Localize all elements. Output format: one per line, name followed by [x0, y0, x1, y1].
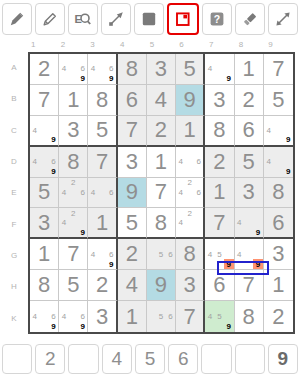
- candidate-empty: [166, 301, 175, 311]
- candidate-grid: 249: [59, 208, 87, 237]
- candidate-grid: 46: [88, 178, 115, 208]
- cell-value: 3: [38, 210, 50, 236]
- candidate-empty: [59, 322, 68, 332]
- cell-B4[interactable]: 6: [118, 85, 147, 116]
- cell-value: 8: [155, 210, 167, 236]
- candidate-empty: [156, 322, 165, 332]
- eraser-icon: [241, 10, 259, 28]
- cell-C5[interactable]: 2: [147, 116, 176, 147]
- cell-G7[interactable]: 459: [205, 239, 234, 270]
- cell-B2[interactable]: 1: [59, 85, 88, 116]
- candidate-empty: [166, 239, 175, 249]
- candidate-5: 5: [215, 249, 224, 259]
- cell-B5[interactable]: 4: [147, 85, 176, 116]
- candidate-4: 4: [235, 218, 244, 228]
- cell-value: 7: [67, 241, 79, 267]
- cell-E6[interactable]: 246: [176, 178, 205, 209]
- candidate-9: 9: [49, 322, 58, 332]
- cell-D2[interactable]: 8: [59, 147, 88, 178]
- candidate-2: 2: [185, 208, 194, 218]
- digit-button-empty-1[interactable]: [2, 344, 32, 374]
- candidate-empty: [194, 208, 203, 218]
- cell-H9[interactable]: 1: [264, 270, 293, 301]
- cell-K4[interactable]: 1: [118, 301, 147, 332]
- candidate-4: 4: [88, 188, 97, 198]
- cell-value: 3: [213, 87, 225, 113]
- cell-H6[interactable]: 3: [176, 270, 205, 301]
- filled-square-tool-button[interactable]: [134, 3, 164, 35]
- cell-B1[interactable]: 7: [30, 85, 59, 116]
- cell-H7[interactable]: 6: [205, 270, 234, 301]
- cell-G9[interactable]: 3: [264, 239, 293, 270]
- cell-F9[interactable]: 6: [264, 208, 293, 239]
- cell-value: 5: [67, 272, 79, 298]
- candidate-empty: [274, 125, 284, 135]
- cell-E2[interactable]: 246: [59, 178, 88, 209]
- cell-D1[interactable]: 469: [30, 147, 59, 178]
- cell-value: 1: [96, 210, 108, 236]
- help-button[interactable]: ?: [202, 3, 232, 35]
- candidate-empty: [49, 125, 58, 135]
- cell-D4[interactable]: 3: [118, 147, 147, 178]
- candidate-empty: [78, 54, 87, 64]
- candidate-empty: [215, 322, 224, 332]
- cell-value: 4: [126, 272, 138, 298]
- cell-D3[interactable]: 7: [88, 147, 117, 178]
- candidate-9: 9: [283, 135, 293, 145]
- candidate-empty: [147, 301, 156, 311]
- candidate-9: 9: [49, 135, 58, 145]
- candidate-4: 4: [205, 311, 214, 321]
- candidate-empty: [78, 178, 87, 188]
- candidate-6: 6: [49, 311, 58, 321]
- corner-square-tool-button[interactable]: [167, 3, 199, 35]
- cell-A2[interactable]: 469: [59, 54, 88, 85]
- cell-A4[interactable]: 8: [118, 54, 147, 85]
- candidate-6: 6: [166, 249, 175, 259]
- cell-F8[interactable]: 49: [235, 208, 264, 239]
- cell-value: 3: [126, 149, 138, 175]
- candidate-empty: [185, 188, 194, 198]
- cell-H5[interactable]: 9: [147, 270, 176, 301]
- cell-K8[interactable]: 8: [235, 301, 264, 332]
- candidate-4: 4: [176, 157, 185, 167]
- candidate-empty: [205, 239, 214, 249]
- cell-C7[interactable]: 8: [205, 116, 234, 147]
- candidate-empty: [78, 301, 87, 311]
- candidate-empty: [39, 116, 48, 126]
- cell-F1[interactable]: 3: [30, 208, 59, 239]
- candidate-empty: [194, 147, 203, 157]
- candidate-grid: 56: [147, 239, 175, 269]
- cell-value: 9: [184, 87, 196, 113]
- candidate-grid: 469: [88, 239, 115, 269]
- cell-F6[interactable]: 24: [176, 208, 205, 239]
- candidate-empty: [215, 301, 224, 311]
- candidate-empty: [224, 54, 233, 64]
- candidate-9: 9: [253, 259, 262, 269]
- cell-value: 3: [243, 179, 255, 205]
- cell-G1[interactable]: 1: [30, 239, 59, 270]
- line-arrow-icon: [107, 10, 125, 28]
- candidate-empty: [39, 301, 48, 311]
- cell-value: 1: [243, 56, 255, 82]
- cell-C6[interactable]: 1: [176, 116, 205, 147]
- fullscreen-button[interactable]: [268, 3, 298, 35]
- digit-button-2[interactable]: 2: [35, 344, 65, 374]
- candidate-empty: [215, 239, 224, 249]
- candidate-empty: [264, 116, 274, 126]
- candidate-4: 4: [30, 157, 39, 167]
- candidate-grid: 469: [88, 54, 115, 84]
- candidate-6: 6: [194, 188, 203, 198]
- candidate-9: 9: [78, 74, 87, 84]
- cell-F5[interactable]: 8: [147, 208, 176, 239]
- candidate-6: 6: [107, 64, 116, 74]
- cell-value: 1: [155, 149, 167, 175]
- cell-E7[interactable]: 1: [205, 178, 234, 209]
- candidate-empty: [147, 249, 156, 259]
- digit-button-label: 2: [45, 348, 56, 370]
- candidate-4: 4: [88, 249, 97, 259]
- candidate-empty: [49, 147, 58, 157]
- candidate-empty: [274, 116, 284, 126]
- corner-square-icon: [174, 10, 192, 28]
- column-label-8: 8: [236, 40, 266, 50]
- cell-value: 8: [38, 272, 50, 298]
- candidate-empty: [30, 301, 39, 311]
- cell-value: 9: [155, 272, 167, 298]
- cell-B9[interactable]: 5: [264, 85, 293, 116]
- cell-value: 5: [126, 210, 138, 236]
- candidate-empty: [49, 301, 58, 311]
- candidate-empty: [107, 178, 116, 188]
- column-labels: 123456789: [28, 40, 295, 50]
- row-labels: ABCDEFGHK: [0, 52, 28, 334]
- cell-value: 6: [213, 272, 225, 298]
- cell-value: 2: [213, 149, 225, 175]
- candidate-empty: [205, 259, 214, 269]
- candidate-empty: [69, 54, 78, 64]
- candidate-9: 9: [224, 322, 233, 332]
- digit-button-empty-8[interactable]: [235, 344, 265, 374]
- cell-value: 8: [272, 179, 284, 205]
- candidate-empty: [30, 322, 39, 332]
- cell-D9[interactable]: 49: [264, 147, 293, 178]
- examine-button[interactable]: E: [68, 3, 98, 35]
- candidate-empty: [185, 157, 194, 167]
- candidate-empty: [107, 54, 116, 64]
- candidate-empty: [30, 135, 39, 145]
- candidate-empty: [69, 197, 78, 207]
- candidate-empty: [30, 147, 39, 157]
- candidate-empty: [107, 239, 116, 249]
- eraser-button[interactable]: [235, 3, 265, 35]
- cell-F2[interactable]: 249: [59, 208, 88, 239]
- candidate-empty: [39, 322, 48, 332]
- cell-B7[interactable]: 3: [205, 85, 234, 116]
- cell-E5[interactable]: 7: [147, 178, 176, 209]
- cell-value: 4: [155, 87, 167, 113]
- cell-A7[interactable]: 49: [205, 54, 234, 85]
- candidate-empty: [244, 249, 253, 259]
- digit-button-empty-3[interactable]: [68, 344, 98, 374]
- candidate-empty: [59, 178, 68, 188]
- cell-value: 3: [96, 304, 108, 330]
- cell-value: 1: [38, 241, 50, 267]
- cell-D5[interactable]: 1: [147, 147, 176, 178]
- digit-button-label: 9: [278, 348, 289, 370]
- candidate-5: 5: [156, 311, 165, 321]
- digit-button-label: 6: [178, 348, 189, 370]
- candidate-empty: [147, 259, 156, 269]
- candidate-empty: [147, 322, 156, 332]
- candidate-grid: 469: [59, 301, 87, 332]
- digit-pad: 24569: [2, 344, 298, 374]
- cell-K2[interactable]: 469: [59, 301, 88, 332]
- digit-button-empty-7[interactable]: [201, 344, 231, 374]
- cell-H2[interactable]: 5: [59, 270, 88, 301]
- candidate-empty: [244, 239, 253, 249]
- cell-value: 1: [213, 179, 225, 205]
- cell-A5[interactable]: 3: [147, 54, 176, 85]
- candidate-empty: [107, 197, 116, 207]
- candidate-9: 9: [49, 167, 58, 177]
- candidate-4: 4: [264, 125, 274, 135]
- column-label-7: 7: [206, 40, 236, 50]
- cell-G2[interactable]: 7: [59, 239, 88, 270]
- candidate-empty: [39, 167, 48, 177]
- candidate-empty: [98, 197, 107, 207]
- candidate-grid: 246: [59, 178, 87, 208]
- candidate-empty: [69, 301, 78, 311]
- candidate-4: 4: [59, 311, 68, 321]
- candidate-9: 9: [224, 74, 233, 84]
- cell-C3[interactable]: 5: [88, 116, 117, 147]
- candidate-grid: 49: [264, 147, 293, 177]
- cell-value: 8: [67, 149, 79, 175]
- candidate-empty: [176, 167, 185, 177]
- candidate-9: 9: [107, 74, 116, 84]
- candidate-4: 4: [264, 157, 274, 167]
- question-mark-icon: ?: [208, 10, 226, 28]
- candidate-6: 6: [107, 188, 116, 198]
- candidate-empty: [176, 147, 185, 157]
- candidate-empty: [49, 116, 58, 126]
- cell-G6[interactable]: 8: [176, 239, 205, 270]
- digit-button-label: 4: [111, 348, 122, 370]
- cell-A6[interactable]: 5: [176, 54, 205, 85]
- cell-G8[interactable]: 49: [235, 239, 264, 270]
- candidate-4: 4: [30, 311, 39, 321]
- column-label-3: 3: [87, 40, 117, 50]
- candidate-empty: [194, 218, 203, 228]
- candidate-empty: [98, 259, 107, 269]
- candidate-9: 9: [283, 167, 293, 177]
- cell-value: 7: [155, 179, 167, 205]
- digit-button-4[interactable]: 4: [102, 344, 132, 374]
- candidate-empty: [253, 239, 262, 249]
- candidate-empty: [244, 218, 253, 228]
- cell-E9[interactable]: 8: [264, 178, 293, 209]
- cell-value: 2: [126, 241, 138, 267]
- cell-K5[interactable]: 56: [147, 301, 176, 332]
- candidate-grid: 469: [30, 301, 58, 332]
- candidate-empty: [185, 197, 194, 207]
- cell-value: 7: [184, 304, 196, 330]
- candidate-empty: [156, 239, 165, 249]
- cell-value: 7: [96, 149, 108, 175]
- candidate-empty: [176, 178, 185, 188]
- cell-B3[interactable]: 8: [88, 85, 117, 116]
- candidate-empty: [224, 239, 233, 249]
- cell-E8[interactable]: 3: [235, 178, 264, 209]
- cell-value: 3: [155, 56, 167, 82]
- cell-G4[interactable]: 2: [118, 239, 147, 270]
- cell-F7[interactable]: 7: [205, 208, 234, 239]
- cell-value: 8: [96, 87, 108, 113]
- candidate-empty: [283, 125, 293, 135]
- candidate-empty: [88, 197, 97, 207]
- cell-A9[interactable]: 7: [264, 54, 293, 85]
- digit-button-5[interactable]: 5: [135, 344, 165, 374]
- cell-value: 7: [272, 56, 284, 82]
- cell-B8[interactable]: 2: [235, 85, 264, 116]
- cell-H4[interactable]: 4: [118, 270, 147, 301]
- candidate-4: 4: [30, 125, 39, 135]
- candidate-empty: [98, 64, 107, 74]
- digit-button-6[interactable]: 6: [168, 344, 198, 374]
- candidate-empty: [274, 135, 284, 145]
- cell-A8[interactable]: 1: [235, 54, 264, 85]
- candidate-grid: 49: [30, 116, 58, 145]
- cell-value: 3: [67, 117, 79, 143]
- candidate-4: 4: [59, 64, 68, 74]
- candidate-empty: [78, 208, 87, 218]
- line-tool-button[interactable]: [101, 3, 131, 35]
- cell-G5[interactable]: 56: [147, 239, 176, 270]
- cell-B6[interactable]: 9: [176, 85, 205, 116]
- cell-K7[interactable]: 459: [205, 301, 234, 332]
- cell-K9[interactable]: 2: [264, 301, 293, 332]
- candidate-grid: 459: [205, 301, 233, 332]
- cell-G3[interactable]: 469: [88, 239, 117, 270]
- candidate-6: 6: [107, 249, 116, 259]
- cell-value: 1: [126, 304, 138, 330]
- candidate-empty: [176, 208, 185, 218]
- cell-C9[interactable]: 49: [264, 116, 293, 147]
- candidate-4: 4: [88, 64, 97, 74]
- candidate-empty: [205, 301, 214, 311]
- cell-K1[interactable]: 469: [30, 301, 59, 332]
- cell-value: 2: [272, 304, 284, 330]
- cell-value: 6: [126, 87, 138, 113]
- cell-C2[interactable]: 3: [59, 116, 88, 147]
- candidate-empty: [59, 74, 68, 84]
- row-label-H: H: [0, 271, 28, 302]
- cell-value: 5: [243, 149, 255, 175]
- candidate-empty: [244, 208, 253, 218]
- pen-button[interactable]: [2, 3, 32, 35]
- candidate-grid: 459: [205, 239, 233, 269]
- cell-A3[interactable]: 469: [88, 54, 117, 85]
- candidate-6: 6: [194, 157, 203, 167]
- candidate-empty: [205, 54, 214, 64]
- digit-button-9[interactable]: 9: [268, 344, 298, 374]
- column-label-9: 9: [265, 40, 295, 50]
- pencil-button[interactable]: [35, 3, 65, 35]
- candidate-empty: [88, 259, 97, 269]
- candidate-empty: [194, 178, 203, 188]
- cell-E3[interactable]: 46: [88, 178, 117, 209]
- cell-C8[interactable]: 6: [235, 116, 264, 147]
- candidate-empty: [224, 64, 233, 74]
- candidate-grid: 49: [235, 208, 263, 237]
- candidate-empty: [59, 208, 68, 218]
- cell-value: 8: [243, 304, 255, 330]
- candidate-6: 6: [49, 157, 58, 167]
- cell-F3[interactable]: 1: [88, 208, 117, 239]
- row-label-C: C: [0, 115, 28, 146]
- candidate-empty: [205, 74, 214, 84]
- cell-D7[interactable]: 2: [205, 147, 234, 178]
- cell-K6[interactable]: 7: [176, 301, 205, 332]
- candidate-empty: [194, 197, 203, 207]
- candidate-empty: [185, 218, 194, 228]
- row-label-D: D: [0, 146, 28, 177]
- cell-C1[interactable]: 49: [30, 116, 59, 147]
- candidate-empty: [98, 249, 107, 259]
- candidate-empty: [78, 218, 87, 228]
- candidate-empty: [156, 301, 165, 311]
- cell-C4[interactable]: 7: [118, 116, 147, 147]
- candidate-5: 5: [215, 311, 224, 321]
- cell-D6[interactable]: 46: [176, 147, 205, 178]
- cell-H3[interactable]: 2: [88, 270, 117, 301]
- candidate-empty: [147, 239, 156, 249]
- candidate-empty: [224, 249, 233, 259]
- cell-E1[interactable]: 5: [30, 178, 59, 209]
- candidate-empty: [264, 167, 274, 177]
- candidate-empty: [235, 208, 244, 218]
- candidate-4: 4: [235, 249, 244, 259]
- candidate-empty: [185, 147, 194, 157]
- cell-A1[interactable]: 2: [30, 54, 59, 85]
- candidate-empty: [166, 259, 175, 269]
- candidate-empty: [244, 228, 253, 238]
- filled-square-icon: [140, 10, 158, 28]
- cell-K3[interactable]: 3: [88, 301, 117, 332]
- candidate-empty: [176, 228, 185, 238]
- candidate-empty: [215, 259, 224, 269]
- cell-H1[interactable]: 8: [30, 270, 59, 301]
- candidate-empty: [39, 135, 48, 145]
- candidate-6: 6: [78, 188, 87, 198]
- svg-text:?: ?: [214, 13, 220, 25]
- candidate-empty: [215, 74, 224, 84]
- candidate-9: 9: [78, 322, 87, 332]
- candidate-empty: [264, 135, 274, 145]
- candidate-empty: [274, 157, 284, 167]
- cell-F4[interactable]: 5: [118, 208, 147, 239]
- candidate-empty: [69, 188, 78, 198]
- candidate-empty: [98, 178, 107, 188]
- cell-H8[interactable]: 7: [235, 270, 264, 301]
- cell-D8[interactable]: 5: [235, 147, 264, 178]
- cell-E4[interactable]: 9: [118, 178, 147, 209]
- candidate-5: 5: [156, 249, 165, 259]
- cell-value: 2: [96, 272, 108, 298]
